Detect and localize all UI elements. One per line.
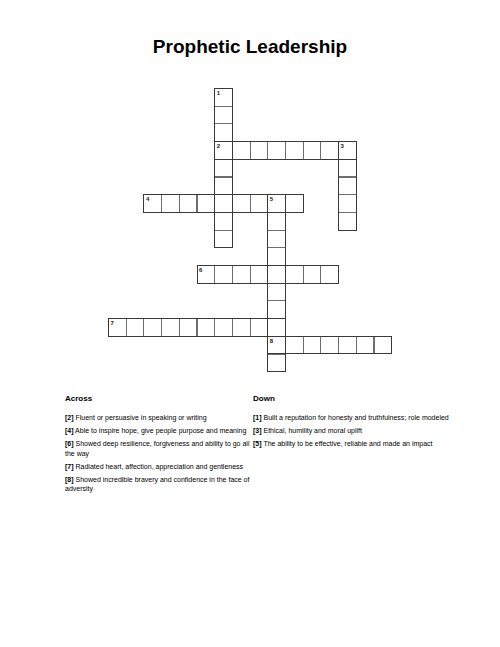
grid-cell[interactable] <box>338 141 357 160</box>
grid-cell[interactable] <box>214 265 233 284</box>
grid-cell[interactable] <box>214 123 233 142</box>
grid-cell[interactable] <box>267 230 286 249</box>
grid-cell[interactable] <box>250 141 269 160</box>
grid-cell[interactable] <box>267 283 286 302</box>
clue-item-across-4: [4] Able to inspire hope, give people pu… <box>65 426 250 436</box>
grid-cell[interactable] <box>250 318 269 337</box>
clue-number: [8] <box>65 476 74 483</box>
grid-cell[interactable] <box>214 141 233 160</box>
grid-cell[interactable] <box>285 141 304 160</box>
grid-cell[interactable] <box>179 318 198 337</box>
grid-cell[interactable] <box>232 141 251 160</box>
crossword-grid: 12345678 <box>108 88 393 373</box>
grid-cell[interactable] <box>108 318 127 337</box>
grid-cell[interactable] <box>267 300 286 319</box>
across-clue-list: [2] Fluent or persuasive in speaking or … <box>65 413 250 494</box>
grid-cell[interactable] <box>214 194 233 213</box>
grid-cell[interactable] <box>197 318 216 337</box>
grid-cell[interactable] <box>267 265 286 284</box>
grid-cell[interactable] <box>374 336 393 355</box>
grid-cell[interactable] <box>232 265 251 284</box>
clue-item-across-8: [8] Showed incredible bravery and confid… <box>65 475 250 494</box>
clue-number: [4] <box>65 427 74 434</box>
grid-cell[interactable] <box>267 354 286 373</box>
grid-cell[interactable] <box>267 318 286 337</box>
grid-cell[interactable] <box>303 265 322 284</box>
clue-number: [2] <box>65 414 74 421</box>
grid-cell[interactable] <box>214 88 233 107</box>
grid-cell[interactable] <box>267 247 286 266</box>
grid-cell[interactable] <box>338 177 357 196</box>
across-header: Across <box>65 394 250 404</box>
grid-cell[interactable] <box>285 265 304 284</box>
grid-cell[interactable] <box>356 336 375 355</box>
grid-cell[interactable] <box>161 318 180 337</box>
grid-cell[interactable] <box>214 318 233 337</box>
grid-cell[interactable] <box>338 194 357 213</box>
grid-cell[interactable] <box>250 265 269 284</box>
grid-cell[interactable] <box>143 194 162 213</box>
puzzle-title: Prophetic Leadership <box>0 34 500 60</box>
grid-cell[interactable] <box>267 194 286 213</box>
grid-cell[interactable] <box>232 318 251 337</box>
grid-cell[interactable] <box>197 194 216 213</box>
clue-number: [5] <box>253 440 262 447</box>
grid-cell[interactable] <box>214 106 233 125</box>
clue-number: [3] <box>253 427 262 434</box>
grid-cell[interactable] <box>303 336 322 355</box>
grid-cell[interactable] <box>267 212 286 231</box>
grid-cell[interactable] <box>338 159 357 178</box>
grid-cell[interactable] <box>214 159 233 178</box>
grid-cell[interactable] <box>143 318 162 337</box>
clue-item-across-2: [2] Fluent or persuasive in speaking or … <box>65 413 250 423</box>
worksheet-page: Prophetic Leadership 12345678 Across [2]… <box>0 0 500 647</box>
clue-number: [1] <box>253 414 262 421</box>
grid-cell[interactable] <box>267 336 286 355</box>
clue-item-across-6: [6] Showed deep resilience, forgiveness … <box>65 439 250 458</box>
grid-cell[interactable] <box>303 141 322 160</box>
grid-cell[interactable] <box>285 336 304 355</box>
clue-item-across-7: [7] Radiated heart, affection, appreciat… <box>65 462 250 472</box>
grid-cell[interactable] <box>338 212 357 231</box>
grid-cell[interactable] <box>179 194 198 213</box>
down-clues-section: Down [1] Built a reputation for honesty … <box>253 394 449 452</box>
clue-item-down-3: [3] Ethical, humility and moral uplift <box>253 426 449 436</box>
down-header: Down <box>253 394 449 404</box>
grid-cell[interactable] <box>126 318 145 337</box>
clue-number: [7] <box>65 463 74 470</box>
clue-number: [6] <box>65 440 74 447</box>
down-clue-list: [1] Built a reputation for honesty and t… <box>253 413 449 449</box>
grid-cell[interactable] <box>338 336 357 355</box>
grid-cell[interactable] <box>285 194 304 213</box>
grid-cell[interactable] <box>232 194 251 213</box>
grid-cell[interactable] <box>214 230 233 249</box>
grid-cell[interactable] <box>267 141 286 160</box>
grid-cell[interactable] <box>320 265 339 284</box>
grid-cell[interactable] <box>250 194 269 213</box>
grid-cell[interactable] <box>320 336 339 355</box>
clue-item-down-1: [1] Built a reputation for honesty and t… <box>253 413 449 423</box>
grid-cell[interactable] <box>197 265 216 284</box>
across-clues-section: Across [2] Fluent or persuasive in speak… <box>65 394 250 497</box>
grid-cell[interactable] <box>320 141 339 160</box>
grid-cell[interactable] <box>161 194 180 213</box>
grid-cell[interactable] <box>214 177 233 196</box>
grid-cell[interactable] <box>214 212 233 231</box>
clue-item-down-5: [5] The ability to be effective, reliabl… <box>253 439 449 449</box>
